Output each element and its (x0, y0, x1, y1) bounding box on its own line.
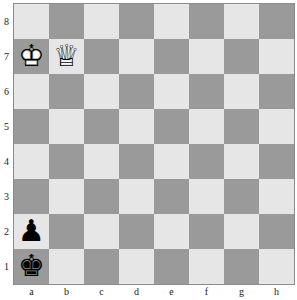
square-d7[interactable] (119, 39, 154, 74)
square-g3[interactable] (224, 179, 259, 214)
square-b1[interactable] (49, 249, 84, 284)
square-e4[interactable] (154, 144, 189, 179)
file-label-e: e (154, 284, 189, 300)
rank-label-7: 7 (0, 39, 13, 74)
square-g4[interactable] (224, 144, 259, 179)
square-h5[interactable] (259, 109, 294, 144)
rank-label-4: 4 (0, 144, 13, 179)
black-pawn-piece[interactable]: ♟ (14, 214, 49, 249)
file-label-b: b (49, 284, 84, 300)
square-f8[interactable] (189, 4, 224, 39)
square-c2[interactable] (84, 214, 119, 249)
square-h4[interactable] (259, 144, 294, 179)
square-d8[interactable] (119, 4, 154, 39)
black-king-glyph: ♚ (14, 249, 49, 284)
white-king-outline-glyph: ♔ (14, 39, 49, 74)
chess-diagram: 87654321 ♚♔♛♕♟♚ abcdefgh (0, 0, 297, 300)
square-d1[interactable] (119, 249, 154, 284)
file-label-h: h (259, 284, 294, 300)
square-f4[interactable] (189, 144, 224, 179)
file-labels: abcdefgh (14, 284, 294, 300)
black-king-piece[interactable]: ♚ (14, 249, 49, 284)
square-d2[interactable] (119, 214, 154, 249)
square-e7[interactable] (154, 39, 189, 74)
square-f7[interactable] (189, 39, 224, 74)
square-f1[interactable] (189, 249, 224, 284)
square-a2[interactable]: ♟ (14, 214, 49, 249)
square-g7[interactable] (224, 39, 259, 74)
square-b4[interactable] (49, 144, 84, 179)
square-c7[interactable] (84, 39, 119, 74)
white-queen-piece[interactable]: ♛♕ (49, 39, 84, 74)
square-h1[interactable] (259, 249, 294, 284)
rank-label-6: 6 (0, 74, 13, 109)
square-b2[interactable] (49, 214, 84, 249)
square-d5[interactable] (119, 109, 154, 144)
square-h8[interactable] (259, 4, 294, 39)
square-a4[interactable] (14, 144, 49, 179)
square-f2[interactable] (189, 214, 224, 249)
square-f6[interactable] (189, 74, 224, 109)
rank-label-1: 1 (0, 249, 13, 284)
square-f5[interactable] (189, 109, 224, 144)
square-b6[interactable] (49, 74, 84, 109)
square-g8[interactable] (224, 4, 259, 39)
square-b5[interactable] (49, 109, 84, 144)
file-label-a: a (14, 284, 49, 300)
square-d4[interactable] (119, 144, 154, 179)
square-h2[interactable] (259, 214, 294, 249)
square-c1[interactable] (84, 249, 119, 284)
square-c3[interactable] (84, 179, 119, 214)
square-c5[interactable] (84, 109, 119, 144)
square-e2[interactable] (154, 214, 189, 249)
white-queen-outline-glyph: ♕ (49, 39, 84, 74)
file-label-c: c (84, 284, 119, 300)
square-e6[interactable] (154, 74, 189, 109)
square-b8[interactable] (49, 4, 84, 39)
rank-label-5: 5 (0, 109, 13, 144)
square-a8[interactable] (14, 4, 49, 39)
square-d6[interactable] (119, 74, 154, 109)
board: ♚♔♛♕♟♚ (13, 3, 295, 285)
square-e8[interactable] (154, 4, 189, 39)
square-b3[interactable] (49, 179, 84, 214)
square-c8[interactable] (84, 4, 119, 39)
square-g1[interactable] (224, 249, 259, 284)
square-h6[interactable] (259, 74, 294, 109)
rank-label-2: 2 (0, 214, 13, 249)
rank-labels: 87654321 (0, 4, 13, 284)
file-label-d: d (119, 284, 154, 300)
square-a3[interactable] (14, 179, 49, 214)
black-pawn-glyph: ♟ (14, 214, 49, 249)
file-label-f: f (189, 284, 224, 300)
square-a5[interactable] (14, 109, 49, 144)
square-g2[interactable] (224, 214, 259, 249)
white-king-piece[interactable]: ♚♔ (14, 39, 49, 74)
square-c4[interactable] (84, 144, 119, 179)
square-b7[interactable]: ♛♕ (49, 39, 84, 74)
square-a6[interactable] (14, 74, 49, 109)
square-h3[interactable] (259, 179, 294, 214)
square-f3[interactable] (189, 179, 224, 214)
square-c6[interactable] (84, 74, 119, 109)
rank-label-8: 8 (0, 4, 13, 39)
square-h7[interactable] (259, 39, 294, 74)
square-d3[interactable] (119, 179, 154, 214)
square-e5[interactable] (154, 109, 189, 144)
square-a7[interactable]: ♚♔ (14, 39, 49, 74)
square-e1[interactable] (154, 249, 189, 284)
square-a1[interactable]: ♚ (14, 249, 49, 284)
square-e3[interactable] (154, 179, 189, 214)
square-g6[interactable] (224, 74, 259, 109)
rank-label-3: 3 (0, 179, 13, 214)
square-g5[interactable] (224, 109, 259, 144)
file-label-g: g (224, 284, 259, 300)
